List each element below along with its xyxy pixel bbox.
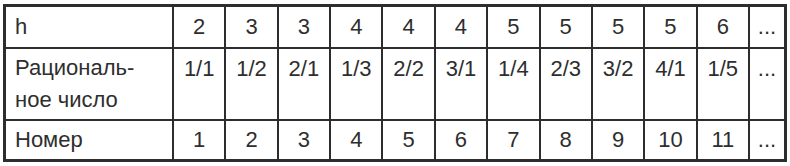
rationals-enumeration-table: h 2 3 3 4 4 4 5 5 5 5 6 ... Рациональ- н… [3,4,787,162]
index-value-cell: 4 [331,121,381,159]
rational-value-cell: 3/1 [436,49,486,119]
h-value-cell: 6 [698,7,748,47]
h-value-cell: 5 [593,7,643,47]
h-value-cell: 4 [331,7,381,47]
h-value-cell: 4 [436,7,486,47]
row-label-rational-line1: Рациональ- [15,52,172,84]
h-value-cell: 2 [174,7,224,47]
index-value-cell: 6 [436,121,486,159]
rational-value-cell: 1/5 [698,49,748,119]
index-value-cell: 8 [541,121,591,159]
row-label-rational-line2: ное число [15,84,172,116]
h-ellipsis-cell: ... [750,7,784,47]
page: h 2 3 3 4 4 4 5 5 5 5 6 ... Рациональ- н… [0,0,790,166]
row-label-h: h [6,7,172,47]
rational-value-cell: 1/3 [331,49,381,119]
rational-value-cell: 2/2 [383,49,433,119]
index-value-cell: 9 [593,121,643,159]
h-value-cell: 5 [541,7,591,47]
index-value-cell: 1 [174,121,224,159]
index-value-cell: 7 [488,121,538,159]
rational-value-cell: 1/4 [488,49,538,119]
rational-value-cell: 3/2 [593,49,643,119]
index-value-cell: 10 [645,121,695,159]
index-value-cell: 2 [226,121,276,159]
h-value-cell: 4 [383,7,433,47]
index-ellipsis-cell: ... [750,121,784,159]
rational-value-cell: 1/2 [226,49,276,119]
rational-value-cell: 2/3 [541,49,591,119]
index-value-cell: 11 [698,121,748,159]
rational-ellipsis-cell: ... [750,49,784,119]
rational-value-cell: 4/1 [645,49,695,119]
h-value-cell: 5 [488,7,538,47]
index-value-cell: 5 [383,121,433,159]
rational-value-cell: 2/1 [279,49,329,119]
row-label-rational: Рациональ- ное число [6,49,172,119]
row-label-nomer: Номер [6,121,172,159]
rational-value-cell: 1/1 [174,49,224,119]
index-value-cell: 3 [279,121,329,159]
h-value-cell: 5 [645,7,695,47]
h-value-cell: 3 [226,7,276,47]
h-value-cell: 3 [279,7,329,47]
